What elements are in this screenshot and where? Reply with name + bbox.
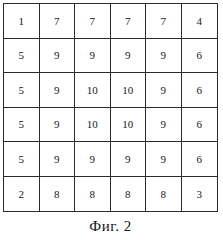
grid-cell-r6c5: 8 [146, 177, 182, 212]
grid-cell-r4c5: 9 [146, 108, 182, 143]
grid-cell-r2c4: 9 [111, 39, 147, 74]
grid-cell-r4c6: 6 [182, 108, 218, 143]
grid-cell-r1c3: 7 [75, 4, 111, 39]
grid-cell-r3c5: 9 [146, 73, 182, 108]
grid-cell-r6c2: 8 [40, 177, 76, 212]
grid-cell-r1c6: 4 [182, 4, 218, 39]
grid-cell-r3c2: 9 [40, 73, 76, 108]
grid-cell-r5c5: 9 [146, 142, 182, 177]
grid-cell-r5c3: 9 [75, 142, 111, 177]
grid-cell-r2c3: 9 [75, 39, 111, 74]
grid-cell-r4c4: 10 [111, 108, 147, 143]
figure-caption: Фиг. 2 [3, 218, 218, 235]
grid-cell-r4c3: 10 [75, 108, 111, 143]
grid-cell-r1c4: 7 [111, 4, 147, 39]
grid-cell-r3c1: 5 [4, 73, 40, 108]
grid-cell-r2c6: 6 [182, 39, 218, 74]
number-grid: 1777745999965910109659101096599996288883 [4, 4, 217, 211]
number-grid-board: 1777745999965910109659101096599996288883 [3, 3, 218, 212]
grid-cell-r1c1: 1 [4, 4, 40, 39]
grid-cell-r3c3: 10 [75, 73, 111, 108]
grid-cell-r3c4: 10 [111, 73, 147, 108]
grid-cell-r4c2: 9 [40, 108, 76, 143]
grid-cell-r5c6: 6 [182, 142, 218, 177]
grid-cell-r2c1: 5 [4, 39, 40, 74]
grid-cell-r3c6: 6 [182, 73, 218, 108]
grid-cell-r5c2: 9 [40, 142, 76, 177]
grid-cell-r4c1: 5 [4, 108, 40, 143]
grid-cell-r2c5: 9 [146, 39, 182, 74]
grid-cell-r6c4: 8 [111, 177, 147, 212]
grid-cell-r6c6: 3 [182, 177, 218, 212]
grid-cell-r1c5: 7 [146, 4, 182, 39]
grid-cell-r6c3: 8 [75, 177, 111, 212]
grid-cell-r5c4: 9 [111, 142, 147, 177]
grid-cell-r2c2: 9 [40, 39, 76, 74]
grid-cell-r5c1: 5 [4, 142, 40, 177]
grid-cell-r6c1: 2 [4, 177, 40, 212]
grid-cell-r1c2: 7 [40, 4, 76, 39]
